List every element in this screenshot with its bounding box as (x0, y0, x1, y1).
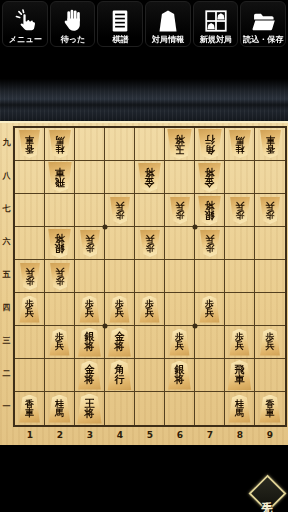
rank-label: 五 (0, 258, 13, 291)
piece-kanji: 将 (175, 375, 185, 386)
board-cell[interactable]: 歩兵 (225, 194, 255, 227)
piece-kanji: 車 (55, 167, 65, 178)
file-labels: 123456789 (15, 427, 285, 442)
game-info-button[interactable]: 対局情報 (145, 1, 191, 47)
board-cell[interactable]: 歩兵 (15, 293, 45, 326)
piece-kanji: 兵 (235, 342, 244, 351)
board-cell[interactable] (255, 359, 285, 392)
piece-kanji: 将 (55, 233, 65, 244)
shogi-piece[interactable]: 歩兵 (259, 329, 281, 356)
board-cell[interactable] (135, 326, 165, 359)
board-cell[interactable] (45, 194, 75, 227)
piece-kanji: 金 (205, 177, 215, 188)
board-cell[interactable]: 歩兵 (135, 227, 165, 260)
shogi-piece[interactable]: 歩兵 (169, 197, 191, 224)
piece-kanji: 角 (205, 144, 215, 155)
board-cell[interactable]: 玉将 (165, 128, 195, 161)
piece-kanji: 兵 (85, 309, 94, 318)
shogi-piece[interactable]: 歩兵 (19, 296, 41, 323)
shogi-piece[interactable]: 歩兵 (49, 263, 71, 290)
board-cell[interactable]: 銀将 (165, 359, 195, 392)
board-cell[interactable] (165, 161, 195, 194)
piece-kanji: 兵 (145, 234, 154, 243)
board-cell[interactable] (75, 161, 105, 194)
board-cell[interactable] (135, 359, 165, 392)
board-cell[interactable] (105, 227, 135, 260)
piece-kanji: 馬 (55, 408, 64, 417)
board-cell[interactable]: 飛車 (45, 161, 75, 194)
file-label: 5 (135, 427, 165, 442)
open-hand-icon (60, 8, 86, 34)
toolbar: メニュー 待った 棋譜 対局情報 (0, 0, 288, 48)
piece-kanji: 玉 (175, 144, 185, 155)
board-cell[interactable] (195, 326, 225, 359)
file-label: 3 (75, 427, 105, 442)
piece-kanji: 馬 (55, 135, 64, 144)
board-cell[interactable] (225, 293, 255, 326)
hoshi-dot (193, 225, 198, 230)
shogi-piece[interactable]: 金将 (137, 163, 162, 192)
board-cell[interactable] (15, 227, 45, 260)
board-cell[interactable]: 香車 (15, 392, 45, 425)
piece-kanji: 車 (266, 135, 275, 144)
shogi-piece[interactable]: 銀将 (167, 361, 192, 390)
board-cell[interactable]: 歩兵 (45, 326, 75, 359)
undo-button-label: 待った (60, 34, 85, 44)
piece-kanji: 銀 (55, 243, 65, 254)
document-icon (107, 8, 133, 34)
board-cell[interactable]: 金将 (75, 359, 105, 392)
board-cell[interactable] (255, 161, 285, 194)
shogi-piece[interactable]: 桂馬 (228, 395, 252, 423)
rank-label: 八 (0, 159, 13, 192)
shogi-piece[interactable]: 歩兵 (259, 197, 281, 224)
piece-kanji: 兵 (55, 342, 64, 351)
board-cell[interactable]: 香車 (255, 392, 285, 425)
shogi-piece[interactable]: 歩兵 (109, 197, 131, 224)
shogi-piece[interactable]: 歩兵 (79, 230, 101, 257)
board-cell[interactable]: 桂馬 (225, 128, 255, 161)
shogi-piece[interactable]: 歩兵 (169, 329, 191, 356)
shogi-piece[interactable]: 桂馬 (48, 395, 72, 423)
shogi-piece[interactable]: 歩兵 (19, 263, 41, 290)
piece-kanji: 車 (25, 135, 34, 144)
piece-kanji: 兵 (205, 309, 214, 318)
shogi-piece[interactable]: 歩兵 (199, 296, 221, 323)
board-cell[interactable] (165, 227, 195, 260)
shogi-piece[interactable]: 王将 (76, 394, 103, 424)
piece-kanji: 将 (145, 167, 155, 178)
piece-kanji: 将 (85, 408, 95, 419)
board-cell[interactable]: 角行 (105, 359, 135, 392)
undo-button[interactable]: 待った (50, 1, 96, 47)
rank-label: 四 (0, 291, 13, 324)
board-cell[interactable]: 金将 (135, 161, 165, 194)
board-cell[interactable]: 歩兵 (75, 293, 105, 326)
board-cell[interactable] (165, 392, 195, 425)
game-info-button-label: 対局情報 (152, 34, 184, 44)
piece-kanji: 兵 (205, 234, 214, 243)
board-cell[interactable] (255, 260, 285, 293)
board-cell[interactable]: 桂馬 (45, 392, 75, 425)
board-cell[interactable] (15, 161, 45, 194)
board-cell[interactable]: 歩兵 (255, 194, 285, 227)
piece-kanji: 飛 (55, 177, 65, 188)
shogi-piece[interactable]: 香車 (18, 395, 41, 423)
board-cell[interactable] (255, 227, 285, 260)
board-cell[interactable] (15, 194, 45, 227)
board-cell[interactable] (225, 227, 255, 260)
menu-button-label: メニュー (8, 34, 41, 44)
board-cell[interactable]: 銀将 (75, 326, 105, 359)
board-cell[interactable]: 王将 (75, 392, 105, 425)
board-cell[interactable] (75, 194, 105, 227)
board-cell[interactable]: 桂馬 (225, 392, 255, 425)
shogi-piece[interactable]: 銀将 (197, 196, 222, 225)
file-label: 8 (225, 427, 255, 442)
shogi-piece[interactable]: 歩兵 (139, 296, 161, 323)
piece-kanji: 兵 (115, 201, 124, 210)
piece-kanji: 車 (235, 375, 245, 386)
board-cell[interactable]: 角行 (195, 128, 225, 161)
board-cell[interactable]: 飛車 (225, 359, 255, 392)
piece-kanji: 兵 (55, 267, 64, 276)
shogi-piece[interactable]: 角行 (197, 129, 223, 159)
file-label: 7 (195, 427, 225, 442)
piece-kanji: 将 (85, 342, 95, 353)
koma-piece-icon (155, 8, 181, 34)
turn-badge: 先手 (247, 475, 285, 511)
file-label: 4 (105, 427, 135, 442)
piece-kanji: 兵 (175, 342, 184, 351)
hand-pointer-icon (12, 8, 38, 34)
board-cell[interactable]: 金将 (105, 326, 135, 359)
sente-koma-icon (248, 474, 286, 512)
piece-kanji: 将 (115, 342, 125, 353)
shogi-piece[interactable]: 歩兵 (79, 296, 101, 323)
new-game-button[interactable]: 新規対局 (193, 1, 239, 47)
new-game-grid-icon (203, 8, 229, 34)
board-cell[interactable]: 歩兵 (45, 260, 75, 293)
board-cell[interactable] (135, 194, 165, 227)
board-cell[interactable] (45, 293, 75, 326)
game-record-button[interactable]: 棋譜 (97, 1, 143, 47)
rank-label: 一 (0, 390, 13, 423)
app-root: { "app_type": "shogi-app-screen", "game"… (0, 0, 288, 512)
piece-kanji: 兵 (175, 201, 184, 210)
board-cell[interactable] (135, 128, 165, 161)
board-cell[interactable]: 歩兵 (15, 260, 45, 293)
piece-kanji: 将 (205, 200, 215, 211)
hoshi-dot (103, 324, 108, 329)
board-cell[interactable] (165, 260, 195, 293)
shogi-piece[interactable]: 歩兵 (229, 329, 251, 356)
shogi-piece[interactable]: 桂馬 (228, 130, 252, 158)
board-cell[interactable] (15, 359, 45, 392)
rank-label: 七 (0, 192, 13, 225)
board-cell[interactable] (105, 392, 135, 425)
board-cell[interactable]: 香車 (255, 128, 285, 161)
shogi-piece[interactable]: 飛車 (227, 360, 253, 390)
shogi-piece[interactable]: 角行 (107, 360, 133, 390)
board-cell[interactable] (75, 260, 105, 293)
board-cell[interactable]: 金将 (195, 161, 225, 194)
piece-kanji: 金 (145, 177, 155, 188)
board-cell[interactable] (75, 128, 105, 161)
piece-kanji: 馬 (235, 408, 244, 417)
file-label: 1 (15, 427, 45, 442)
board-cell[interactable]: 歩兵 (255, 326, 285, 359)
shogi-piece[interactable]: 銀将 (47, 229, 72, 258)
shogi-piece[interactable]: 金将 (197, 163, 222, 192)
board-cell[interactable]: 歩兵 (135, 293, 165, 326)
board-cell[interactable] (135, 392, 165, 425)
piece-kanji: 兵 (145, 309, 154, 318)
board-cell[interactable]: 桂馬 (45, 128, 75, 161)
board-cell[interactable]: 歩兵 (165, 194, 195, 227)
piece-kanji: 兵 (25, 267, 34, 276)
piece-kanji: 車 (266, 408, 275, 417)
board-cell[interactable] (105, 128, 135, 161)
board-cell[interactable] (45, 359, 75, 392)
game-record-button-label: 棋譜 (112, 34, 128, 44)
shogi-piece[interactable]: 銀将 (77, 328, 102, 357)
piece-kanji: 兵 (235, 201, 244, 210)
piece-kanji: 銀 (205, 210, 215, 221)
shogi-piece[interactable]: 玉将 (166, 129, 193, 159)
shogi-piece[interactable]: 歩兵 (229, 197, 251, 224)
piece-kanji: 将 (85, 375, 95, 386)
piece-kanji: 兵 (266, 201, 275, 210)
board-cell[interactable]: 銀将 (195, 194, 225, 227)
rank-label: 六 (0, 225, 13, 258)
new-game-button-label: 新規対局 (199, 34, 231, 44)
board-cell[interactable] (195, 359, 225, 392)
shogi-board: 九八七六五四三二一 香車桂馬玉将角行桂馬香車飛車金将金将歩兵歩兵銀将歩兵歩兵銀将… (0, 121, 288, 445)
shogi-piece[interactable]: 香車 (18, 130, 41, 158)
background-band (0, 48, 288, 121)
piece-kanji: 馬 (235, 135, 244, 144)
board-cell[interactable] (105, 161, 135, 194)
board-cell[interactable]: 歩兵 (195, 227, 225, 260)
board-cell[interactable]: 香車 (15, 128, 45, 161)
board-cell[interactable]: 歩兵 (105, 293, 135, 326)
board-cell[interactable]: 歩兵 (195, 293, 225, 326)
shogi-piece[interactable]: 金将 (107, 328, 132, 357)
menu-button[interactable]: メニュー (2, 1, 48, 47)
piece-kanji: 将 (175, 134, 185, 145)
board-cell[interactable]: 歩兵 (105, 194, 135, 227)
load-save-button-label: 読込・保存 (243, 34, 283, 44)
piece-kanji: 車 (25, 408, 34, 417)
shogi-piece[interactable]: 歩兵 (139, 230, 161, 257)
folder-icon (250, 8, 276, 34)
board-grid: 香車桂馬玉将角行桂馬香車飛車金将金将歩兵歩兵銀将歩兵歩兵銀将歩兵歩兵歩兵歩兵歩兵… (13, 126, 287, 427)
board-cell[interactable] (165, 293, 195, 326)
board-cell[interactable] (225, 260, 255, 293)
piece-kanji: 兵 (266, 342, 275, 351)
board-cell[interactable] (135, 260, 165, 293)
rank-label: 九 (0, 126, 13, 159)
bottom-bar: 先手 (0, 445, 288, 512)
piece-kanji: 行 (115, 375, 125, 386)
shogi-piece[interactable]: 香車 (259, 395, 282, 423)
board-cell[interactable] (105, 260, 135, 293)
rank-label: 二 (0, 357, 13, 390)
board-cell[interactable] (255, 293, 285, 326)
board-cell[interactable]: 銀将 (45, 227, 75, 260)
rank-labels: 九八七六五四三二一 (0, 126, 13, 427)
rank-label: 三 (0, 324, 13, 357)
board-cell[interactable] (15, 326, 45, 359)
piece-kanji: 兵 (85, 234, 94, 243)
board-cell[interactable]: 歩兵 (165, 326, 195, 359)
board-cell[interactable] (195, 392, 225, 425)
shogi-piece[interactable]: 桂馬 (48, 130, 72, 158)
piece-kanji: 兵 (25, 309, 34, 318)
piece-kanji: 兵 (115, 309, 124, 318)
file-label: 2 (45, 427, 75, 442)
board-cell[interactable] (225, 161, 255, 194)
shogi-piece[interactable]: 歩兵 (49, 329, 71, 356)
shogi-piece[interactable]: 金将 (77, 361, 102, 390)
board-cell[interactable] (195, 260, 225, 293)
file-label: 9 (255, 427, 285, 442)
piece-kanji: 将 (205, 167, 215, 178)
load-save-button[interactable]: 読込・保存 (240, 1, 286, 47)
file-label: 6 (165, 427, 195, 442)
hoshi-dot (103, 225, 108, 230)
board-cell[interactable]: 歩兵 (225, 326, 255, 359)
hoshi-dot (193, 324, 198, 329)
piece-kanji: 行 (205, 134, 215, 145)
shogi-piece[interactable]: 飛車 (47, 162, 73, 192)
shogi-piece[interactable]: 歩兵 (109, 296, 131, 323)
board-cell[interactable]: 歩兵 (75, 227, 105, 260)
shogi-piece[interactable]: 歩兵 (199, 230, 221, 257)
shogi-piece[interactable]: 香車 (259, 130, 282, 158)
